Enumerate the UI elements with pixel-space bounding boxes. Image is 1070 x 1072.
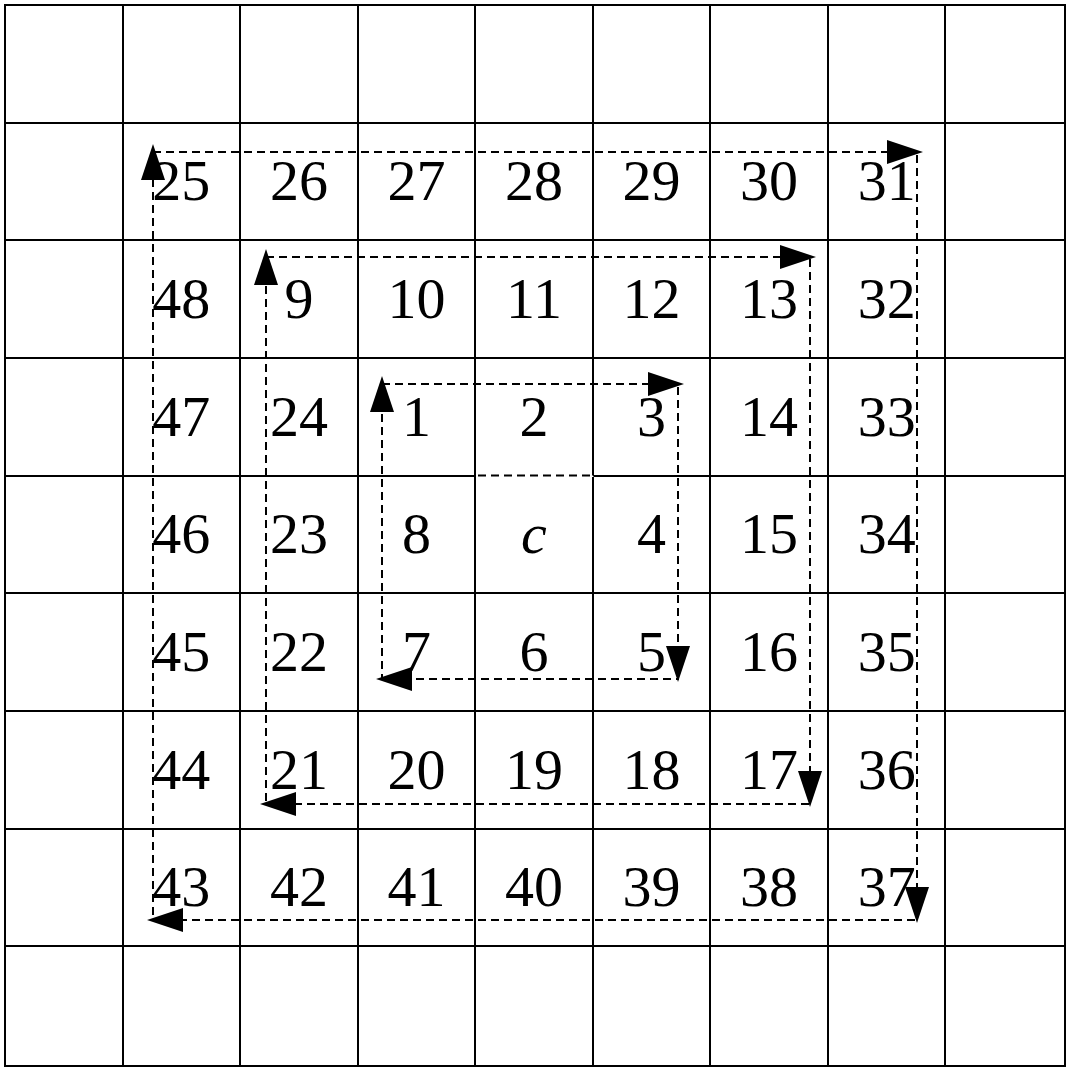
cell-r4c3-8: 8 — [359, 477, 477, 595]
cell-r0c3 — [359, 6, 477, 124]
cell-r1c8 — [946, 124, 1064, 242]
cell-r6c7-36: 36 — [829, 712, 947, 830]
cell-r0c5 — [594, 6, 712, 124]
cell-r5c2-22: 22 — [241, 594, 359, 712]
cell-r5c1-45: 45 — [124, 594, 242, 712]
cell-r2c2-9: 9 — [241, 241, 359, 359]
cell-r5c6-16: 16 — [711, 594, 829, 712]
cell-r1c0 — [6, 124, 124, 242]
cell-r3c6-14: 14 — [711, 359, 829, 477]
cell-r0c1 — [124, 6, 242, 124]
cell-r6c1-44: 44 — [124, 712, 242, 830]
cell-r6c4-19: 19 — [476, 712, 594, 830]
cell-r3c4-2: 2 — [476, 359, 594, 477]
cell-r8c5 — [594, 947, 712, 1065]
cell-r8c6 — [711, 947, 829, 1065]
cell-r1c1-25: 25 — [124, 124, 242, 242]
cell-r5c3-7: 7 — [359, 594, 477, 712]
cell-r2c6-13: 13 — [711, 241, 829, 359]
cell-r4c5-4: 4 — [594, 477, 712, 595]
cell-r2c5-12: 12 — [594, 241, 712, 359]
cell-r7c8 — [946, 830, 1064, 948]
cell-r7c3-41: 41 — [359, 830, 477, 948]
cell-r5c4-6: 6 — [476, 594, 594, 712]
cell-r1c6-30: 30 — [711, 124, 829, 242]
cell-r4c8 — [946, 477, 1064, 595]
cell-r8c2 — [241, 947, 359, 1065]
cell-r5c7-35: 35 — [829, 594, 947, 712]
cell-r2c4-11: 11 — [476, 241, 594, 359]
cell-r6c5-18: 18 — [594, 712, 712, 830]
cell-r5c5-5: 5 — [594, 594, 712, 712]
cell-r3c5-3: 3 — [594, 359, 712, 477]
cell-r1c4-28: 28 — [476, 124, 594, 242]
cell-r4c2-23: 23 — [241, 477, 359, 595]
cell-r2c3-10: 10 — [359, 241, 477, 359]
cell-r4c7-34: 34 — [829, 477, 947, 595]
cell-r6c2-21: 21 — [241, 712, 359, 830]
cell-r8c3 — [359, 947, 477, 1065]
cell-r7c2-42: 42 — [241, 830, 359, 948]
cell-r6c0 — [6, 712, 124, 830]
cell-r7c6-38: 38 — [711, 830, 829, 948]
cell-r7c7-37: 37 — [829, 830, 947, 948]
cell-r4c1-46: 46 — [124, 477, 242, 595]
cell-r0c8 — [946, 6, 1064, 124]
cell-r7c4-40: 40 — [476, 830, 594, 948]
cell-r3c3-1: 1 — [359, 359, 477, 477]
cell-r1c7-31: 31 — [829, 124, 947, 242]
cell-r4c4-c: c — [476, 477, 594, 595]
cell-r3c8 — [946, 359, 1064, 477]
cell-r4c6-15: 15 — [711, 477, 829, 595]
cell-r5c0 — [6, 594, 124, 712]
cell-r6c8 — [946, 712, 1064, 830]
cell-r0c0 — [6, 6, 124, 124]
cell-r7c5-39: 39 — [594, 830, 712, 948]
cell-r7c1-43: 43 — [124, 830, 242, 948]
cell-r1c5-29: 29 — [594, 124, 712, 242]
cell-r6c6-17: 17 — [711, 712, 829, 830]
board-grid: 2526272829303148910111213324724123143346… — [4, 4, 1066, 1067]
cell-r2c7-32: 32 — [829, 241, 947, 359]
cell-r3c2-24: 24 — [241, 359, 359, 477]
cell-r5c8 — [946, 594, 1064, 712]
cell-r1c3-27: 27 — [359, 124, 477, 242]
spiral-scan-figure: 2526272829303148910111213324724123143346… — [0, 0, 1070, 1072]
cell-r4c0 — [6, 477, 124, 595]
cell-r2c1-48: 48 — [124, 241, 242, 359]
cell-r3c0 — [6, 359, 124, 477]
cell-r7c0 — [6, 830, 124, 948]
cell-r2c0 — [6, 241, 124, 359]
cell-r8c8 — [946, 947, 1064, 1065]
cell-r8c1 — [124, 947, 242, 1065]
cell-r1c2-26: 26 — [241, 124, 359, 242]
cell-r6c3-20: 20 — [359, 712, 477, 830]
cell-r3c1-47: 47 — [124, 359, 242, 477]
cell-r3c7-33: 33 — [829, 359, 947, 477]
cell-r2c8 — [946, 241, 1064, 359]
cell-r0c2 — [241, 6, 359, 124]
cell-r8c0 — [6, 947, 124, 1065]
cell-r0c7 — [829, 6, 947, 124]
cell-r0c6 — [711, 6, 829, 124]
cell-r8c7 — [829, 947, 947, 1065]
cell-r8c4 — [476, 947, 594, 1065]
cell-r0c4 — [476, 6, 594, 124]
